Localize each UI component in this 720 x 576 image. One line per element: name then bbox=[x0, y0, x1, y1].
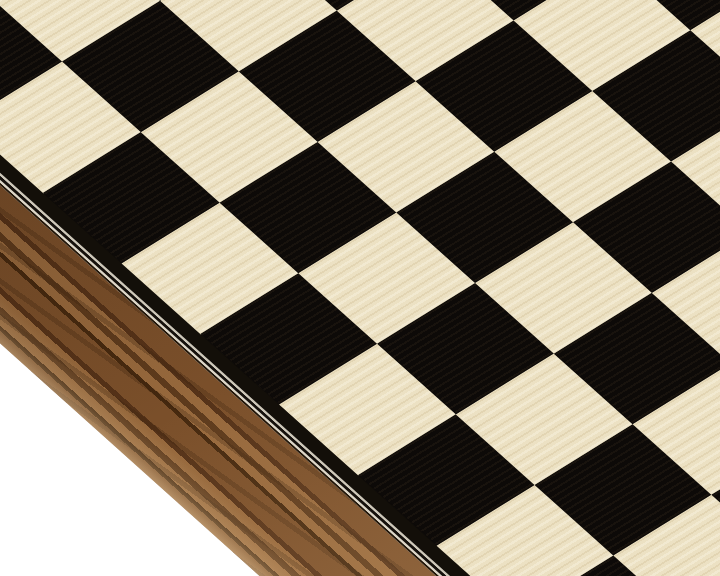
chessboard-photo bbox=[0, 0, 720, 576]
